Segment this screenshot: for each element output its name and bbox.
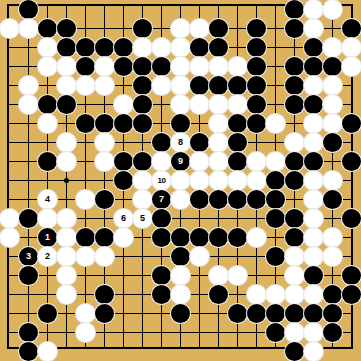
stone-black[interactable] — [228, 304, 247, 323]
go-board: 89104765132 — [0, 0, 361, 361]
stone-black[interactable] — [247, 190, 266, 209]
stone-black[interactable] — [152, 266, 171, 285]
stone-white-move-10[interactable]: 10 — [152, 171, 171, 190]
stone-black[interactable] — [76, 114, 95, 133]
stone-white[interactable] — [38, 114, 57, 133]
stone-black[interactable] — [247, 19, 266, 38]
stone-black[interactable] — [342, 285, 361, 304]
stone-black[interactable] — [171, 114, 190, 133]
stone-white[interactable] — [247, 152, 266, 171]
stone-black[interactable] — [209, 19, 228, 38]
stone-black[interactable] — [304, 152, 323, 171]
stone-white[interactable] — [247, 171, 266, 190]
move-number-label: 9 — [178, 152, 183, 171]
stone-white[interactable] — [323, 228, 342, 247]
stone-white[interactable] — [190, 171, 209, 190]
stone-black[interactable] — [19, 266, 38, 285]
stone-black[interactable] — [228, 152, 247, 171]
stone-white[interactable] — [76, 190, 95, 209]
stone-white[interactable] — [114, 95, 133, 114]
stone-white[interactable] — [304, 247, 323, 266]
stone-black[interactable] — [228, 114, 247, 133]
stone-black[interactable] — [114, 57, 133, 76]
stone-black-move-3[interactable]: 3 — [19, 247, 38, 266]
stone-white[interactable] — [285, 133, 304, 152]
stone-black[interactable] — [190, 38, 209, 57]
stone-black[interactable] — [266, 323, 285, 342]
stone-black[interactable] — [95, 285, 114, 304]
stone-white[interactable] — [304, 76, 323, 95]
stone-white[interactable] — [95, 247, 114, 266]
stone-black[interactable] — [19, 209, 38, 228]
stone-black[interactable] — [342, 266, 361, 285]
stone-white[interactable] — [133, 38, 152, 57]
stone-white[interactable] — [342, 38, 361, 57]
stone-white[interactable] — [323, 247, 342, 266]
stone-white[interactable] — [228, 266, 247, 285]
move-number-label: 2 — [45, 247, 50, 266]
stone-white[interactable] — [152, 152, 171, 171]
stone-black[interactable] — [247, 57, 266, 76]
stone-black[interactable] — [285, 0, 304, 19]
stone-black[interactable] — [323, 323, 342, 342]
stone-black[interactable] — [57, 38, 76, 57]
stone-white[interactable] — [57, 228, 76, 247]
stone-black[interactable] — [38, 304, 57, 323]
stone-white[interactable] — [171, 266, 190, 285]
stone-black[interactable] — [228, 133, 247, 152]
stone-black[interactable] — [114, 38, 133, 57]
stone-white-move-6[interactable]: 6 — [114, 209, 133, 228]
stone-white[interactable] — [19, 19, 38, 38]
stone-white[interactable] — [304, 209, 323, 228]
stone-white[interactable] — [247, 285, 266, 304]
stone-black[interactable] — [247, 114, 266, 133]
stone-black-move-1[interactable]: 1 — [38, 228, 57, 247]
stone-white[interactable] — [228, 57, 247, 76]
stone-white[interactable] — [95, 133, 114, 152]
stone-black[interactable] — [209, 285, 228, 304]
stone-white[interactable] — [171, 19, 190, 38]
stone-black-move-9[interactable]: 9 — [171, 152, 190, 171]
stone-black[interactable] — [266, 190, 285, 209]
stone-black[interactable] — [266, 304, 285, 323]
move-number-label: 6 — [121, 209, 126, 228]
stone-black[interactable] — [38, 152, 57, 171]
stone-black[interactable] — [19, 323, 38, 342]
stone-white[interactable] — [190, 19, 209, 38]
stone-white[interactable] — [209, 133, 228, 152]
stone-black[interactable] — [95, 114, 114, 133]
stone-white[interactable] — [133, 190, 152, 209]
stone-black[interactable] — [76, 57, 95, 76]
stone-black[interactable] — [171, 228, 190, 247]
stone-white[interactable] — [266, 285, 285, 304]
stone-white[interactable] — [190, 95, 209, 114]
move-number-label: 10 — [158, 171, 166, 190]
stone-black[interactable] — [190, 133, 209, 152]
stone-white[interactable] — [342, 57, 361, 76]
stone-black[interactable] — [38, 95, 57, 114]
stone-black[interactable] — [57, 95, 76, 114]
stone-black[interactable] — [133, 95, 152, 114]
stone-white[interactable] — [57, 76, 76, 95]
move-number-label: 7 — [159, 190, 164, 209]
stone-white[interactable] — [266, 114, 285, 133]
stone-black[interactable] — [285, 171, 304, 190]
stone-white[interactable] — [0, 19, 19, 38]
stone-black[interactable] — [304, 95, 323, 114]
stone-black[interactable] — [152, 57, 171, 76]
stone-white[interactable] — [38, 57, 57, 76]
stone-white[interactable] — [323, 0, 342, 19]
stone-black[interactable] — [76, 38, 95, 57]
stone-black[interactable] — [342, 19, 361, 38]
stone-white[interactable] — [304, 171, 323, 190]
stone-white[interactable] — [323, 38, 342, 57]
stone-white[interactable] — [57, 209, 76, 228]
stone-white[interactable] — [323, 95, 342, 114]
stone-black[interactable] — [152, 133, 171, 152]
stone-white[interactable] — [57, 266, 76, 285]
stone-white[interactable] — [133, 171, 152, 190]
stone-white[interactable] — [209, 57, 228, 76]
move-number-label: 3 — [26, 247, 31, 266]
stone-white[interactable] — [114, 228, 133, 247]
stone-black[interactable] — [95, 304, 114, 323]
stone-black[interactable] — [285, 209, 304, 228]
stone-black[interactable] — [152, 228, 171, 247]
stone-white[interactable] — [323, 76, 342, 95]
stone-white[interactable] — [76, 304, 95, 323]
stone-black[interactable] — [76, 228, 95, 247]
stone-white[interactable] — [95, 76, 114, 95]
stone-black[interactable] — [38, 19, 57, 38]
move-number-label: 5 — [140, 209, 145, 228]
move-number-label: 1 — [45, 228, 50, 247]
stone-white[interactable] — [171, 190, 190, 209]
stone-white[interactable] — [323, 171, 342, 190]
stone-black[interactable] — [133, 19, 152, 38]
stone-white[interactable] — [304, 190, 323, 209]
stone-black[interactable] — [285, 342, 304, 361]
stone-white[interactable] — [152, 38, 171, 57]
stone-black[interactable] — [285, 95, 304, 114]
stone-white[interactable] — [190, 57, 209, 76]
stone-white[interactable] — [209, 114, 228, 133]
stone-white[interactable] — [57, 247, 76, 266]
stone-black[interactable] — [171, 247, 190, 266]
stone-white[interactable] — [19, 95, 38, 114]
stone-black[interactable] — [304, 38, 323, 57]
stone-white[interactable] — [0, 209, 19, 228]
stone-black[interactable] — [114, 171, 133, 190]
stone-white[interactable] — [304, 342, 323, 361]
stone-black[interactable] — [342, 209, 361, 228]
move-number-label: 8 — [178, 133, 183, 152]
stone-black[interactable] — [285, 228, 304, 247]
stone-white[interactable] — [171, 38, 190, 57]
stone-white[interactable] — [38, 209, 57, 228]
stone-white[interactable] — [228, 95, 247, 114]
stone-white[interactable] — [171, 57, 190, 76]
stone-white[interactable] — [285, 323, 304, 342]
stone-black[interactable] — [266, 171, 285, 190]
stone-white[interactable] — [171, 285, 190, 304]
stone-white[interactable] — [171, 76, 190, 95]
stone-black[interactable] — [209, 38, 228, 57]
stone-black[interactable] — [323, 285, 342, 304]
stone-white[interactable] — [285, 247, 304, 266]
stone-black[interactable] — [266, 247, 285, 266]
stone-black[interactable] — [133, 114, 152, 133]
stone-black[interactable] — [133, 152, 152, 171]
stone-white[interactable] — [285, 285, 304, 304]
stone-black[interactable] — [133, 57, 152, 76]
stone-black[interactable] — [247, 95, 266, 114]
stone-white[interactable] — [228, 171, 247, 190]
stone-black[interactable] — [266, 209, 285, 228]
stone-black[interactable] — [285, 19, 304, 38]
stone-black[interactable] — [342, 152, 361, 171]
stone-white[interactable] — [95, 57, 114, 76]
stone-white-move-2[interactable]: 2 — [38, 247, 57, 266]
stone-black[interactable] — [190, 76, 209, 95]
stone-black[interactable] — [190, 190, 209, 209]
stone-black[interactable] — [19, 0, 38, 19]
stone-white[interactable] — [304, 0, 323, 19]
grid-line-vertical — [28, 4, 29, 349]
stone-white[interactable] — [285, 266, 304, 285]
stone-white[interactable] — [38, 38, 57, 57]
stone-white-move-8[interactable]: 8 — [171, 133, 190, 152]
stone-black[interactable] — [114, 114, 133, 133]
stone-white[interactable] — [209, 266, 228, 285]
stone-black[interactable] — [342, 114, 361, 133]
stone-white[interactable] — [247, 228, 266, 247]
stone-black[interactable] — [152, 285, 171, 304]
stone-white[interactable] — [171, 171, 190, 190]
stone-black[interactable] — [228, 228, 247, 247]
stone-white[interactable] — [304, 19, 323, 38]
stone-white[interactable] — [152, 76, 171, 95]
stone-black-move-7[interactable]: 7 — [152, 190, 171, 209]
stone-white[interactable] — [57, 152, 76, 171]
stone-black[interactable] — [304, 304, 323, 323]
stone-white[interactable] — [323, 114, 342, 133]
stone-white[interactable] — [209, 171, 228, 190]
stone-black[interactable] — [247, 76, 266, 95]
move-number-label: 4 — [45, 190, 50, 209]
stone-white[interactable] — [57, 57, 76, 76]
stone-black[interactable] — [285, 304, 304, 323]
stone-black[interactable] — [323, 133, 342, 152]
stone-black[interactable] — [19, 342, 38, 361]
stone-white[interactable] — [304, 133, 323, 152]
stone-white[interactable] — [57, 133, 76, 152]
stone-black[interactable] — [304, 266, 323, 285]
stone-black[interactable] — [95, 228, 114, 247]
stone-white[interactable] — [38, 342, 57, 361]
stone-white[interactable] — [76, 76, 95, 95]
stone-black[interactable] — [228, 190, 247, 209]
stone-white[interactable] — [304, 228, 323, 247]
stone-black[interactable] — [323, 57, 342, 76]
stone-black[interactable] — [247, 38, 266, 57]
stone-black[interactable] — [95, 190, 114, 209]
stone-white[interactable] — [76, 323, 95, 342]
stone-white[interactable] — [304, 323, 323, 342]
star-point — [64, 178, 69, 183]
stone-black[interactable] — [209, 76, 228, 95]
stone-black[interactable] — [285, 152, 304, 171]
stone-white[interactable] — [209, 152, 228, 171]
stone-white[interactable] — [171, 95, 190, 114]
stone-black[interactable] — [304, 57, 323, 76]
stone-white[interactable] — [304, 285, 323, 304]
stone-black[interactable] — [209, 190, 228, 209]
stone-black[interactable] — [323, 304, 342, 323]
stone-black[interactable] — [152, 209, 171, 228]
stone-black[interactable] — [95, 38, 114, 57]
stone-white[interactable] — [76, 247, 95, 266]
stone-white[interactable] — [304, 114, 323, 133]
stone-black[interactable] — [171, 304, 190, 323]
stone-white[interactable] — [190, 152, 209, 171]
stone-black[interactable] — [57, 19, 76, 38]
stone-white-move-4[interactable]: 4 — [38, 190, 57, 209]
stone-white[interactable] — [95, 152, 114, 171]
stone-black[interactable] — [285, 76, 304, 95]
stone-white[interactable] — [19, 76, 38, 95]
stone-white[interactable] — [190, 247, 209, 266]
stone-black[interactable] — [323, 190, 342, 209]
stone-white-move-5[interactable]: 5 — [133, 209, 152, 228]
stone-black[interactable] — [209, 228, 228, 247]
stone-white[interactable] — [0, 228, 19, 247]
stone-white[interactable] — [57, 285, 76, 304]
stone-black[interactable] — [285, 57, 304, 76]
stone-black[interactable] — [114, 152, 133, 171]
stone-black[interactable] — [228, 76, 247, 95]
stone-black[interactable] — [133, 76, 152, 95]
stone-white[interactable] — [209, 95, 228, 114]
stone-black[interactable] — [247, 304, 266, 323]
stone-white[interactable] — [266, 152, 285, 171]
stone-black[interactable] — [190, 228, 209, 247]
